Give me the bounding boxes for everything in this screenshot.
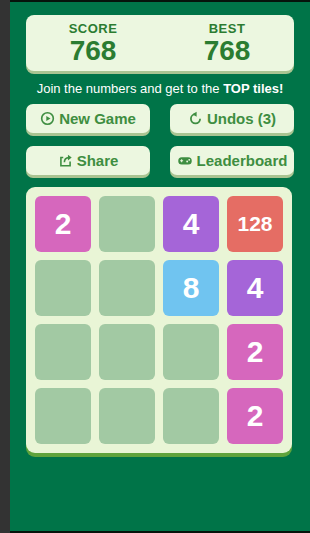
score-box: SCORE 768 xyxy=(26,20,160,65)
app-screen: SCORE 768 BEST 768 Join the numbers and … xyxy=(10,0,310,533)
score-value: 768 xyxy=(26,36,160,65)
tile-8: 8 xyxy=(163,260,219,316)
tile-2: 2 xyxy=(227,388,283,444)
share-label: Share xyxy=(77,152,119,169)
tagline-text: Join the numbers and get to the xyxy=(37,81,223,96)
tile-2: 2 xyxy=(227,324,283,380)
best-label: BEST xyxy=(160,22,294,36)
play-circle-icon xyxy=(40,111,55,126)
button-grid: New Game Undos (3) xyxy=(26,104,294,175)
leaderboard-button[interactable]: Leaderboard xyxy=(170,146,294,175)
empty-cell xyxy=(99,196,155,252)
undos-button[interactable]: Undos (3) xyxy=(170,104,294,133)
top-edge-bar xyxy=(10,0,310,2)
best-box: BEST 768 xyxy=(160,20,294,65)
new-game-label: New Game xyxy=(59,110,136,127)
empty-cell xyxy=(99,388,155,444)
undos-label: Undos (3) xyxy=(207,110,276,127)
score-panel: SCORE 768 BEST 768 xyxy=(26,15,294,71)
share-button[interactable]: Share xyxy=(26,146,150,175)
new-game-button[interactable]: New Game xyxy=(26,104,150,133)
tagline-bold: TOP tiles! xyxy=(223,81,283,96)
empty-cell xyxy=(99,324,155,380)
tile-128: 128 xyxy=(227,196,283,252)
score-label: SCORE xyxy=(26,22,160,36)
empty-cell xyxy=(35,260,91,316)
tagline: Join the numbers and get to the TOP tile… xyxy=(26,80,294,97)
empty-cell xyxy=(35,388,91,444)
empty-cell xyxy=(163,388,219,444)
share-icon xyxy=(58,153,73,168)
empty-cell xyxy=(99,260,155,316)
tile-2: 2 xyxy=(35,196,91,252)
gamepad-icon xyxy=(177,153,193,168)
tile-4: 4 xyxy=(227,260,283,316)
empty-cell xyxy=(35,324,91,380)
board[interactable]: 241288422 xyxy=(26,187,292,453)
empty-cell xyxy=(163,324,219,380)
undo-icon xyxy=(188,111,203,126)
best-value: 768 xyxy=(160,36,294,65)
leaderboard-label: Leaderboard xyxy=(197,152,288,169)
tile-4: 4 xyxy=(163,196,219,252)
